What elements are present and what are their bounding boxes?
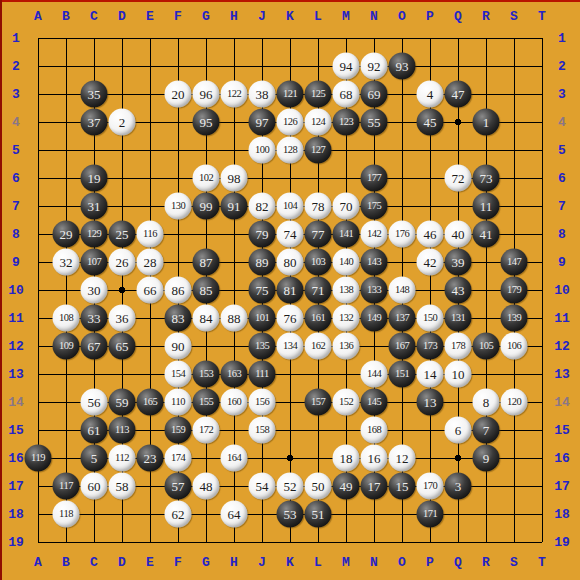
stone-black-91-H7: 91 (221, 193, 248, 220)
stone-white-54-J17: 54 (249, 473, 276, 500)
stone-black-163-H13: 163 (221, 361, 248, 388)
stone-black-49-M17: 49 (333, 473, 360, 500)
stone-white-158-J15: 158 (249, 417, 276, 444)
row-label-left-11: 11 (8, 312, 24, 325)
stone-black-59-D14: 59 (109, 389, 136, 416)
stone-white-126-K4: 126 (277, 109, 304, 136)
col-label-bottom-J: J (258, 556, 266, 569)
stone-black-15-O17: 15 (389, 473, 416, 500)
row-label-right-4: 4 (558, 116, 566, 129)
stone-black-9-R16: 9 (473, 445, 500, 472)
stone-black-17-N17: 17 (361, 473, 388, 500)
col-label-top-B: B (62, 10, 70, 23)
stone-black-165-E14: 165 (137, 389, 164, 416)
stone-black-69-N3: 69 (361, 81, 388, 108)
stone-black-177-N6: 177 (361, 165, 388, 192)
stone-white-92-N2: 92 (361, 53, 388, 80)
stone-white-68-M3: 68 (333, 81, 360, 108)
stone-black-139-S11: 139 (501, 305, 528, 332)
row-label-right-1: 1 (558, 32, 566, 45)
row-label-left-10: 10 (8, 284, 24, 297)
stone-white-170-P17: 170 (417, 473, 444, 500)
col-label-top-K: K (286, 10, 294, 23)
stone-black-145-N14: 145 (361, 389, 388, 416)
row-label-right-18: 18 (554, 508, 570, 521)
stone-white-64-H18: 64 (221, 501, 248, 528)
row-label-right-2: 2 (558, 60, 566, 73)
stone-white-152-M14: 152 (333, 389, 360, 416)
star-point (287, 455, 293, 461)
col-label-bottom-M: M (342, 556, 350, 569)
stone-black-51-L18: 51 (305, 501, 332, 528)
row-label-right-15: 15 (554, 424, 570, 437)
stone-black-143-N9: 143 (361, 249, 388, 276)
stone-black-41-R8: 41 (473, 221, 500, 248)
stone-white-176-O8: 176 (389, 221, 416, 248)
row-label-left-17: 17 (8, 480, 24, 493)
row-label-left-9: 9 (12, 256, 20, 269)
row-label-left-5: 5 (12, 144, 20, 157)
stone-black-81-K10: 81 (277, 277, 304, 304)
stone-white-108-B11: 108 (53, 305, 80, 332)
stone-black-45-P4: 45 (417, 109, 444, 136)
col-label-bottom-R: R (482, 556, 490, 569)
stone-black-93-O2: 93 (389, 53, 416, 80)
row-label-left-8: 8 (12, 228, 20, 241)
row-label-right-8: 8 (558, 228, 566, 241)
stone-black-103-L9: 103 (305, 249, 332, 276)
stone-black-95-G4: 95 (193, 109, 220, 136)
stone-black-127-L5: 127 (305, 137, 332, 164)
stone-black-119-A16: 119 (25, 445, 52, 472)
stone-white-178-Q12: 178 (445, 333, 472, 360)
stone-white-4-P3: 4 (417, 81, 444, 108)
stone-white-100-J5: 100 (249, 137, 276, 164)
stone-black-79-J8: 79 (249, 221, 276, 248)
stone-black-67-C12: 67 (81, 333, 108, 360)
stone-black-99-G7: 99 (193, 193, 220, 220)
stone-white-36-D11: 36 (109, 305, 136, 332)
col-label-bottom-B: B (62, 556, 70, 569)
row-label-right-11: 11 (554, 312, 570, 325)
col-label-top-F: F (174, 10, 182, 23)
stone-white-6-Q15: 6 (445, 417, 472, 444)
star-point (455, 119, 461, 125)
row-label-left-7: 7 (12, 200, 20, 213)
stone-white-160-H14: 160 (221, 389, 248, 416)
stone-white-90-F12: 90 (165, 333, 192, 360)
row-label-right-16: 16 (554, 452, 570, 465)
stone-white-124-L4: 124 (305, 109, 332, 136)
stone-white-72-Q6: 72 (445, 165, 472, 192)
star-point (119, 287, 125, 293)
stone-white-110-F14: 110 (165, 389, 192, 416)
stone-black-111-J13: 111 (249, 361, 276, 388)
col-label-top-N: N (370, 10, 378, 23)
col-label-top-A: A (34, 10, 42, 23)
stone-white-76-K11: 76 (277, 305, 304, 332)
stone-black-11-R7: 11 (473, 193, 500, 220)
stone-black-87-G9: 87 (193, 249, 220, 276)
stone-white-122-H3: 122 (221, 81, 248, 108)
col-label-top-T: T (538, 10, 546, 23)
stone-white-118-B18: 118 (53, 501, 80, 528)
col-label-bottom-E: E (146, 556, 154, 569)
stone-black-131-Q11: 131 (445, 305, 472, 332)
stone-white-116-E8: 116 (137, 221, 164, 248)
stone-white-132-M11: 132 (333, 305, 360, 332)
stone-black-19-C6: 19 (81, 165, 108, 192)
stone-black-7-R15: 7 (473, 417, 500, 444)
row-label-right-3: 3 (558, 88, 566, 101)
stone-white-88-H11: 88 (221, 305, 248, 332)
col-label-top-D: D (118, 10, 126, 23)
row-label-right-17: 17 (554, 480, 570, 493)
stone-white-120-S14: 120 (501, 389, 528, 416)
stone-white-10-Q13: 10 (445, 361, 472, 388)
stone-black-47-Q3: 47 (445, 81, 472, 108)
col-label-top-E: E (146, 10, 154, 23)
stone-white-60-C17: 60 (81, 473, 108, 500)
col-label-top-Q: Q (454, 10, 462, 23)
stone-white-172-G15: 172 (193, 417, 220, 444)
stone-white-150-P11: 150 (417, 305, 444, 332)
stone-black-137-O11: 137 (389, 305, 416, 332)
col-label-bottom-S: S (510, 556, 518, 569)
stone-black-1-R4: 1 (473, 109, 500, 136)
stone-black-97-J4: 97 (249, 109, 276, 136)
row-label-right-14: 14 (554, 396, 570, 409)
row-label-right-19: 19 (554, 536, 570, 549)
stone-white-136-M12: 136 (333, 333, 360, 360)
col-label-bottom-P: P (426, 556, 434, 569)
stone-black-171-P18: 171 (417, 501, 444, 528)
row-label-left-16: 16 (8, 452, 24, 465)
col-label-bottom-K: K (286, 556, 294, 569)
stone-black-65-D12: 65 (109, 333, 136, 360)
stone-white-70-M7: 70 (333, 193, 360, 220)
stone-black-89-J9: 89 (249, 249, 276, 276)
stone-black-157-L14: 157 (305, 389, 332, 416)
row-label-left-13: 13 (8, 368, 24, 381)
stone-white-144-N13: 144 (361, 361, 388, 388)
row-label-left-1: 1 (12, 32, 20, 45)
stone-white-30-C10: 30 (81, 277, 108, 304)
col-label-top-C: C (90, 10, 98, 23)
stone-white-102-G6: 102 (193, 165, 220, 192)
stone-white-94-M2: 94 (333, 53, 360, 80)
row-label-left-12: 12 (8, 340, 24, 353)
stone-white-128-K5: 128 (277, 137, 304, 164)
stone-black-61-C15: 61 (81, 417, 108, 444)
col-label-bottom-D: D (118, 556, 126, 569)
stone-black-3-Q17: 3 (445, 473, 472, 500)
stone-black-43-Q10: 43 (445, 277, 472, 304)
col-label-bottom-G: G (202, 556, 210, 569)
stone-white-98-H6: 98 (221, 165, 248, 192)
stone-white-156-J14: 156 (249, 389, 276, 416)
stone-black-77-L8: 77 (305, 221, 332, 248)
stone-black-55-N4: 55 (361, 109, 388, 136)
stone-black-29-B8: 29 (53, 221, 80, 248)
stone-white-48-G17: 48 (193, 473, 220, 500)
stone-white-56-C14: 56 (81, 389, 108, 416)
stone-white-164-H16: 164 (221, 445, 248, 472)
stone-black-159-F15: 159 (165, 417, 192, 444)
stone-black-141-M8: 141 (333, 221, 360, 248)
stone-black-125-L3: 125 (305, 81, 332, 108)
col-label-bottom-F: F (174, 556, 182, 569)
stone-white-148-O10: 148 (389, 277, 416, 304)
stone-white-20-F3: 20 (165, 81, 192, 108)
stone-white-84-G11: 84 (193, 305, 220, 332)
col-label-bottom-C: C (90, 556, 98, 569)
stone-black-37-C4: 37 (81, 109, 108, 136)
row-label-left-6: 6 (12, 172, 20, 185)
row-label-left-18: 18 (8, 508, 24, 521)
stone-black-13-P14: 13 (417, 389, 444, 416)
stone-black-35-C3: 35 (81, 81, 108, 108)
col-label-top-R: R (482, 10, 490, 23)
col-label-bottom-A: A (34, 556, 42, 569)
stone-black-75-J10: 75 (249, 277, 276, 304)
stone-black-151-O13: 151 (389, 361, 416, 388)
col-label-top-L: L (314, 10, 322, 23)
stone-black-71-L10: 71 (305, 277, 332, 304)
stone-white-32-B9: 32 (53, 249, 80, 276)
stone-white-138-M10: 138 (333, 277, 360, 304)
stone-white-86-F10: 86 (165, 277, 192, 304)
stone-black-53-K18: 53 (277, 501, 304, 528)
stone-black-105-R12: 105 (473, 333, 500, 360)
stone-white-96-G3: 96 (193, 81, 220, 108)
col-label-bottom-O: O (398, 556, 406, 569)
stone-black-31-C7: 31 (81, 193, 108, 220)
stone-white-52-K17: 52 (277, 473, 304, 500)
stone-black-175-N7: 175 (361, 193, 388, 220)
stone-black-117-B17: 117 (53, 473, 80, 500)
stone-white-16-N16: 16 (361, 445, 388, 472)
stone-white-142-N8: 142 (361, 221, 388, 248)
stone-white-58-D17: 58 (109, 473, 136, 500)
row-label-left-14: 14 (8, 396, 24, 409)
col-label-bottom-T: T (538, 556, 546, 569)
stone-black-23-E16: 23 (137, 445, 164, 472)
stone-black-167-O12: 167 (389, 333, 416, 360)
stone-black-153-G13: 153 (193, 361, 220, 388)
stone-white-74-K8: 74 (277, 221, 304, 248)
stone-black-161-L11: 161 (305, 305, 332, 332)
stone-white-174-F16: 174 (165, 445, 192, 472)
col-label-bottom-H: H (230, 556, 238, 569)
stone-black-85-G10: 85 (193, 277, 220, 304)
row-label-left-4: 4 (12, 116, 20, 129)
stone-white-104-K7: 104 (277, 193, 304, 220)
stone-white-8-R14: 8 (473, 389, 500, 416)
stone-white-18-M16: 18 (333, 445, 360, 472)
stone-black-121-K3: 121 (277, 81, 304, 108)
stone-white-112-D16: 112 (109, 445, 136, 472)
col-label-top-M: M (342, 10, 350, 23)
stone-white-106-S12: 106 (501, 333, 528, 360)
star-point (455, 455, 461, 461)
row-label-right-9: 9 (558, 256, 566, 269)
row-label-right-6: 6 (558, 172, 566, 185)
stone-white-50-L17: 50 (305, 473, 332, 500)
stone-black-149-N11: 149 (361, 305, 388, 332)
stone-black-129-C8: 129 (81, 221, 108, 248)
stone-black-113-D15: 113 (109, 417, 136, 444)
stone-black-33-C11: 33 (81, 305, 108, 332)
stone-black-83-F11: 83 (165, 305, 192, 332)
stone-black-107-C9: 107 (81, 249, 108, 276)
stone-white-162-L12: 162 (305, 333, 332, 360)
stone-white-14-P13: 14 (417, 361, 444, 388)
row-label-right-7: 7 (558, 200, 566, 213)
col-label-bottom-N: N (370, 556, 378, 569)
stone-white-154-F13: 154 (165, 361, 192, 388)
col-label-top-P: P (426, 10, 434, 23)
col-label-bottom-Q: Q (454, 556, 462, 569)
stone-white-2-D4: 2 (109, 109, 136, 136)
stone-black-73-R6: 73 (473, 165, 500, 192)
stone-black-39-Q9: 39 (445, 249, 472, 276)
stone-white-78-L7: 78 (305, 193, 332, 220)
stone-black-101-J11: 101 (249, 305, 276, 332)
stone-white-82-J7: 82 (249, 193, 276, 220)
stone-white-38-J3: 38 (249, 81, 276, 108)
row-label-right-5: 5 (558, 144, 566, 157)
row-label-left-19: 19 (8, 536, 24, 549)
stone-black-109-B12: 109 (53, 333, 80, 360)
stone-black-123-M4: 123 (333, 109, 360, 136)
stone-black-179-S10: 179 (501, 277, 528, 304)
col-label-top-G: G (202, 10, 210, 23)
stone-white-134-K12: 134 (277, 333, 304, 360)
row-label-left-2: 2 (12, 60, 20, 73)
stone-white-66-E10: 66 (137, 277, 164, 304)
stone-white-46-P8: 46 (417, 221, 444, 248)
col-label-top-J: J (258, 10, 266, 23)
stone-white-140-M9: 140 (333, 249, 360, 276)
stone-white-62-F18: 62 (165, 501, 192, 528)
row-label-right-13: 13 (554, 368, 570, 381)
stone-white-80-K9: 80 (277, 249, 304, 276)
row-label-left-15: 15 (8, 424, 24, 437)
stone-black-147-S9: 147 (501, 249, 528, 276)
stone-white-40-Q8: 40 (445, 221, 472, 248)
stone-white-26-D9: 26 (109, 249, 136, 276)
stone-white-42-P9: 42 (417, 249, 444, 276)
stone-black-5-C16: 5 (81, 445, 108, 472)
stone-black-135-J12: 135 (249, 333, 276, 360)
col-label-top-H: H (230, 10, 238, 23)
row-label-right-12: 12 (554, 340, 570, 353)
go-board[interactable]: AABBCCDDEEFFGGHHJJKKLLMMNNOOPPQQRRSSTT11… (0, 0, 580, 580)
stone-white-168-N15: 168 (361, 417, 388, 444)
col-label-top-S: S (510, 10, 518, 23)
stone-black-173-P12: 173 (417, 333, 444, 360)
stone-black-155-G14: 155 (193, 389, 220, 416)
stone-white-12-O16: 12 (389, 445, 416, 472)
row-label-left-3: 3 (12, 88, 20, 101)
stone-white-28-E9: 28 (137, 249, 164, 276)
col-label-bottom-L: L (314, 556, 322, 569)
stone-black-57-F17: 57 (165, 473, 192, 500)
stone-black-133-N10: 133 (361, 277, 388, 304)
stone-white-130-F7: 130 (165, 193, 192, 220)
col-label-top-O: O (398, 10, 406, 23)
stone-black-25-D8: 25 (109, 221, 136, 248)
row-label-right-10: 10 (554, 284, 570, 297)
